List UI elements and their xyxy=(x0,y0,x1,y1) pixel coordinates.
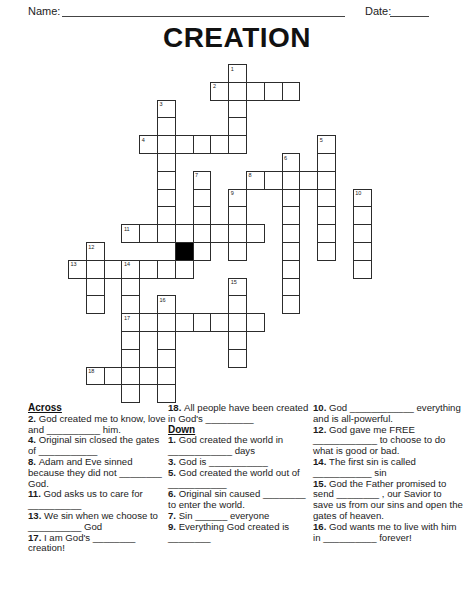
grid-cell[interactable] xyxy=(317,242,336,261)
cell-number: 2 xyxy=(213,83,216,89)
grid-cell[interactable] xyxy=(282,189,301,208)
clue-number: 13. xyxy=(28,510,44,521)
grid-cell[interactable]: 12 xyxy=(86,242,105,261)
clue-column-middle: 18. All people have been created in God'… xyxy=(168,403,312,543)
grid-cell[interactable] xyxy=(210,224,229,243)
grid-cell[interactable] xyxy=(175,260,194,279)
cell-number: 7 xyxy=(195,172,198,178)
date-label: Date: xyxy=(365,5,391,17)
grid-cell[interactable] xyxy=(193,242,212,261)
cell-number: 14 xyxy=(124,261,130,267)
grid-cell[interactable] xyxy=(282,295,301,314)
grid-cell[interactable]: 7 xyxy=(193,171,212,190)
grid-cell[interactable] xyxy=(282,82,301,101)
grid-cell[interactable] xyxy=(157,260,176,279)
grid-cell[interactable] xyxy=(353,206,372,225)
grid-cell[interactable] xyxy=(282,206,301,225)
across-clues-part2: 18. All people have been created in God'… xyxy=(168,403,312,425)
down-clues-part2: 10. God ____________ everything and is a… xyxy=(313,403,463,543)
grid-cell[interactable]: 13 xyxy=(68,260,87,279)
cell-number: 4 xyxy=(142,137,145,143)
grid-cell[interactable]: 16 xyxy=(157,295,176,314)
grid-cell[interactable] xyxy=(228,295,247,314)
grid-cell[interactable] xyxy=(121,331,140,350)
date-blank-line[interactable] xyxy=(390,1,429,17)
clue-number: 16. xyxy=(313,521,329,532)
clue-number: 17. xyxy=(28,532,44,543)
grid-cell[interactable]: 3 xyxy=(157,100,176,119)
clue-down-9: 9. Everything God created is ________ xyxy=(168,522,312,544)
grid-cell[interactable] xyxy=(228,349,247,368)
clue-number: 15. xyxy=(313,478,329,489)
grid-cell[interactable] xyxy=(121,349,140,368)
grid-cell[interactable] xyxy=(157,189,176,208)
grid-cell[interactable] xyxy=(157,331,176,350)
grid-cell[interactable] xyxy=(121,295,140,314)
clue-number: 11. xyxy=(28,488,43,499)
clue-number: 18. xyxy=(168,402,184,413)
cell-number: 10 xyxy=(355,190,361,196)
clue-down-6: 6. Original sin caused ________ to enter… xyxy=(168,489,312,511)
grid-cell[interactable] xyxy=(317,153,336,172)
cell-number: 16 xyxy=(160,297,166,303)
grid-cell[interactable] xyxy=(175,224,194,243)
clue-number: 1. xyxy=(168,434,179,445)
grid-cell[interactable] xyxy=(317,189,336,208)
grid-cell[interactable] xyxy=(210,135,229,154)
grid-cell[interactable]: 15 xyxy=(228,278,247,297)
cell-number: 11 xyxy=(124,226,130,232)
grid-cell[interactable] xyxy=(282,224,301,243)
grid-cell[interactable] xyxy=(121,367,140,386)
clue-number: 2. xyxy=(28,413,39,424)
grid-cell[interactable] xyxy=(246,313,265,332)
black-cell xyxy=(175,242,194,261)
clue-across-18: 18. All people have been created in God'… xyxy=(168,403,312,425)
cell-number: 1 xyxy=(231,66,234,72)
grid-cell[interactable] xyxy=(157,367,176,386)
grid-cell[interactable]: 4 xyxy=(139,135,158,154)
clue-number: 12. xyxy=(313,424,329,435)
grid-cell[interactable] xyxy=(157,384,176,403)
grid-cell[interactable] xyxy=(317,224,336,243)
grid-cell[interactable]: 6 xyxy=(282,153,301,172)
grid-cell[interactable]: 9 xyxy=(228,189,247,208)
grid-cell[interactable] xyxy=(157,117,176,136)
grid-cell[interactable]: 5 xyxy=(317,135,336,154)
grid-cell[interactable] xyxy=(264,82,283,101)
grid-cell[interactable] xyxy=(139,367,158,386)
cell-number: 5 xyxy=(320,137,323,143)
grid-cell[interactable] xyxy=(210,313,229,332)
grid-cell[interactable] xyxy=(139,313,158,332)
grid-cell[interactable]: 2 xyxy=(210,82,229,101)
crossword-grid: 123456789101112131415161718 xyxy=(68,64,372,404)
grid-cell[interactable] xyxy=(246,224,265,243)
grid-cell[interactable]: 14 xyxy=(121,260,140,279)
grid-cell[interactable] xyxy=(157,135,176,154)
clue-across-11: 11. God asks us to care for __________ xyxy=(28,489,168,511)
grid-cell[interactable] xyxy=(193,135,212,154)
grid-cell[interactable] xyxy=(317,171,336,190)
clue-number: 8. xyxy=(28,456,39,467)
clue-across-17: 17. I am God's ________ creation! xyxy=(28,533,168,555)
clue-across-2: 2. God created me to know, love and ____… xyxy=(28,414,168,436)
clue-down-10: 10. God ____________ everything and is a… xyxy=(313,403,463,425)
grid-cell[interactable] xyxy=(228,331,247,350)
grid-cell[interactable] xyxy=(353,224,372,243)
grid-cell[interactable] xyxy=(282,242,301,261)
clue-number: 3. xyxy=(168,456,179,467)
grid-cell[interactable] xyxy=(86,278,105,297)
grid-cell[interactable] xyxy=(157,153,176,172)
grid-cell[interactable] xyxy=(228,82,247,101)
clue-down-5: 5. God created the world out of ________… xyxy=(168,468,312,490)
clue-number: 4. xyxy=(28,434,39,445)
grid-cell[interactable] xyxy=(157,224,176,243)
grid-cell[interactable] xyxy=(139,224,158,243)
cell-number: 18 xyxy=(88,368,94,374)
grid-cell[interactable] xyxy=(157,313,176,332)
grid-cell[interactable] xyxy=(193,313,212,332)
clue-down-15: 15. God the Father promised to send ____… xyxy=(313,479,463,522)
grid-cell[interactable] xyxy=(228,100,247,119)
clue-across-13: 13. We sin when we choose to __________ … xyxy=(28,511,168,533)
grid-cell[interactable] xyxy=(228,313,247,332)
cell-number: 3 xyxy=(160,101,163,107)
grid-cell[interactable] xyxy=(228,117,247,136)
name-blank-line[interactable] xyxy=(62,1,345,17)
grid-cell[interactable] xyxy=(86,295,105,314)
grid-cell[interactable]: 18 xyxy=(86,367,105,386)
name-label: Name: xyxy=(28,5,60,17)
grid-cell[interactable]: 10 xyxy=(353,189,372,208)
grid-cell[interactable]: 11 xyxy=(121,224,140,243)
grid-cell[interactable] xyxy=(228,206,247,225)
grid-cell[interactable] xyxy=(264,171,283,190)
across-clues-part1: 2. God created me to know, love and ____… xyxy=(28,414,168,554)
grid-cell[interactable] xyxy=(353,260,372,279)
grid-cell[interactable]: 1 xyxy=(228,64,247,83)
grid-cell[interactable] xyxy=(157,171,176,190)
grid-cell[interactable] xyxy=(282,260,301,279)
clue-number: 7. xyxy=(168,510,179,521)
clue-down-14: 14. The first sin is called ___________ … xyxy=(313,457,463,479)
clue-column-right: 10. God ____________ everything and is a… xyxy=(313,403,463,543)
grid-cell[interactable] xyxy=(121,384,140,403)
clue-down-16: 16. God wants me to live with him in ___… xyxy=(313,522,463,544)
clue-number: 14. xyxy=(313,456,329,467)
grid-cell[interactable] xyxy=(353,242,372,261)
grid-cell[interactable] xyxy=(246,82,265,101)
grid-cell[interactable]: 17 xyxy=(121,313,140,332)
grid-cell[interactable] xyxy=(157,206,176,225)
grid-cell[interactable] xyxy=(299,171,318,190)
grid-cell[interactable] xyxy=(317,206,336,225)
cell-number: 17 xyxy=(124,315,130,321)
grid-cell[interactable] xyxy=(86,260,105,279)
clue-number: 5. xyxy=(168,467,179,478)
clue-number: 9. xyxy=(168,521,179,532)
cell-number: 15 xyxy=(231,279,237,285)
clue-across-8: 8. Adam and Eve sinned because they did … xyxy=(28,457,168,489)
grid-cell[interactable] xyxy=(175,313,194,332)
grid-cell[interactable] xyxy=(228,224,247,243)
grid-cell[interactable] xyxy=(104,367,123,386)
grid-cell[interactable] xyxy=(121,278,140,297)
grid-cell[interactable] xyxy=(228,242,247,261)
grid-cell[interactable] xyxy=(193,206,212,225)
cell-number: 8 xyxy=(249,172,252,178)
cell-number: 9 xyxy=(231,190,234,196)
clue-down-12: 12. God gave me FREE ____________ to cho… xyxy=(313,425,463,457)
grid-cell[interactable] xyxy=(157,349,176,368)
clue-number: 10. xyxy=(313,402,329,413)
grid-cell[interactable] xyxy=(282,171,301,190)
clue-down-1: 1. God created the world in ____________… xyxy=(168,435,312,457)
grid-cell[interactable] xyxy=(282,278,301,297)
clue-column-left: Across 2. God created me to know, love a… xyxy=(28,403,168,554)
clue-number: 6. xyxy=(168,488,179,499)
grid-cell[interactable] xyxy=(139,260,158,279)
grid-cell[interactable] xyxy=(193,189,212,208)
grid-cell[interactable]: 8 xyxy=(246,171,265,190)
cell-number: 12 xyxy=(88,244,94,250)
cell-number: 6 xyxy=(284,155,287,161)
cell-number: 13 xyxy=(71,261,77,267)
clue-across-4: 4. Original sin closed the gates of ____… xyxy=(28,435,168,457)
grid-cell[interactable] xyxy=(175,135,194,154)
grid-cell[interactable] xyxy=(193,224,212,243)
down-clues-part1: 1. God created the world in ____________… xyxy=(168,435,312,543)
grid-cell[interactable] xyxy=(104,260,123,279)
grid-cell[interactable] xyxy=(228,135,247,154)
puzzle-title: CREATION xyxy=(0,22,474,54)
